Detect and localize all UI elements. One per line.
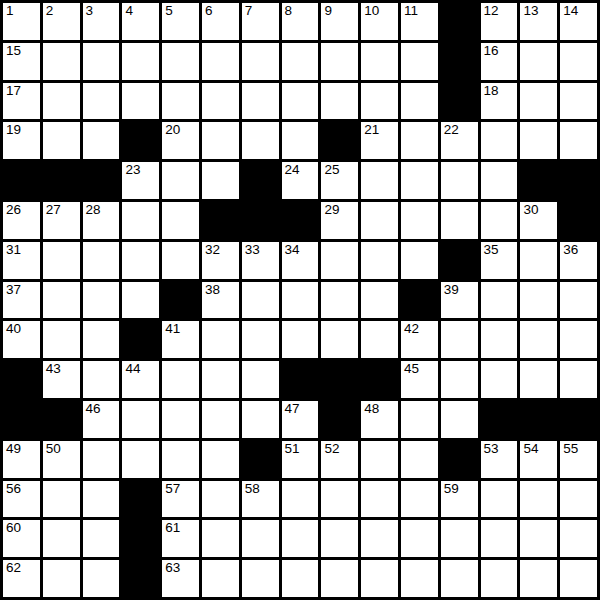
white-cell[interactable] bbox=[401, 43, 438, 80]
crossword-grid: 1234567891011121314151617181920212223242… bbox=[0, 0, 600, 600]
white-cell[interactable] bbox=[361, 441, 398, 478]
clue-number: 20 bbox=[165, 123, 180, 138]
clue-number: 19 bbox=[6, 123, 21, 138]
white-cell[interactable] bbox=[282, 520, 319, 557]
white-cell[interactable]: 34 bbox=[282, 242, 319, 279]
white-cell[interactable] bbox=[560, 520, 597, 557]
clue-number: 44 bbox=[125, 362, 140, 377]
white-cell[interactable] bbox=[361, 481, 398, 518]
clue-number: 51 bbox=[285, 442, 300, 457]
clue-number: 57 bbox=[165, 482, 180, 497]
white-cell[interactable]: 1 bbox=[3, 3, 40, 40]
black-cell bbox=[43, 162, 80, 199]
white-cell[interactable]: 25 bbox=[321, 162, 358, 199]
white-cell[interactable] bbox=[43, 122, 80, 159]
white-cell[interactable] bbox=[43, 83, 80, 120]
black-cell bbox=[242, 202, 279, 239]
clue-number: 55 bbox=[563, 442, 578, 457]
white-cell[interactable] bbox=[43, 560, 80, 597]
white-cell[interactable]: 36 bbox=[560, 242, 597, 279]
white-cell[interactable] bbox=[162, 361, 199, 398]
white-cell[interactable] bbox=[282, 43, 319, 80]
white-cell[interactable] bbox=[321, 282, 358, 319]
white-cell[interactable]: 3 bbox=[83, 3, 120, 40]
white-cell[interactable] bbox=[282, 83, 319, 120]
white-cell[interactable] bbox=[560, 282, 597, 319]
white-cell[interactable] bbox=[321, 43, 358, 80]
white-cell[interactable] bbox=[321, 481, 358, 518]
clue-number: 25 bbox=[324, 163, 339, 178]
white-cell[interactable]: 44 bbox=[122, 361, 159, 398]
white-cell[interactable] bbox=[401, 441, 438, 478]
black-cell bbox=[43, 401, 80, 438]
white-cell[interactable]: 28 bbox=[83, 202, 120, 239]
white-cell[interactable]: 49 bbox=[3, 441, 40, 478]
clue-number: 30 bbox=[523, 203, 538, 218]
white-cell[interactable] bbox=[83, 83, 120, 120]
white-cell[interactable] bbox=[83, 242, 120, 279]
black-cell bbox=[3, 162, 40, 199]
clue-number: 18 bbox=[484, 84, 499, 99]
white-cell[interactable]: 38 bbox=[202, 282, 239, 319]
black-cell bbox=[202, 202, 239, 239]
white-cell[interactable]: 23 bbox=[122, 162, 159, 199]
clue-number: 47 bbox=[285, 402, 300, 417]
white-cell[interactable]: 14 bbox=[560, 3, 597, 40]
black-cell bbox=[3, 361, 40, 398]
white-cell[interactable] bbox=[83, 361, 120, 398]
clue-number: 7 bbox=[245, 4, 253, 19]
white-cell[interactable]: 12 bbox=[481, 3, 518, 40]
black-cell bbox=[401, 282, 438, 319]
clue-number: 61 bbox=[165, 521, 180, 536]
white-cell[interactable] bbox=[242, 282, 279, 319]
white-cell[interactable] bbox=[202, 481, 239, 518]
clue-number: 13 bbox=[523, 4, 538, 19]
white-cell[interactable] bbox=[242, 560, 279, 597]
clue-number: 26 bbox=[6, 203, 21, 218]
clue-number: 27 bbox=[46, 203, 61, 218]
clue-number: 53 bbox=[484, 442, 499, 457]
white-cell[interactable] bbox=[202, 520, 239, 557]
white-cell[interactable] bbox=[401, 560, 438, 597]
white-cell[interactable] bbox=[520, 242, 557, 279]
white-cell[interactable]: 63 bbox=[162, 560, 199, 597]
white-cell[interactable] bbox=[560, 122, 597, 159]
white-cell[interactable] bbox=[162, 43, 199, 80]
clue-number: 2 bbox=[46, 4, 54, 19]
white-cell[interactable]: 51 bbox=[282, 441, 319, 478]
black-cell bbox=[321, 361, 358, 398]
white-cell[interactable] bbox=[560, 43, 597, 80]
clue-number: 24 bbox=[285, 163, 300, 178]
clue-number: 14 bbox=[563, 4, 578, 19]
white-cell[interactable]: 50 bbox=[43, 441, 80, 478]
white-cell[interactable] bbox=[242, 122, 279, 159]
white-cell[interactable]: 6 bbox=[202, 3, 239, 40]
clue-number: 37 bbox=[6, 283, 21, 298]
white-cell[interactable] bbox=[282, 122, 319, 159]
white-cell[interactable] bbox=[321, 242, 358, 279]
white-cell[interactable] bbox=[520, 43, 557, 80]
white-cell[interactable]: 61 bbox=[162, 520, 199, 557]
black-cell bbox=[441, 242, 478, 279]
clue-number: 39 bbox=[444, 283, 459, 298]
white-cell[interactable] bbox=[122, 441, 159, 478]
white-cell[interactable] bbox=[202, 361, 239, 398]
black-cell bbox=[520, 162, 557, 199]
white-cell[interactable]: 43 bbox=[43, 361, 80, 398]
white-cell[interactable]: 60 bbox=[3, 520, 40, 557]
white-cell[interactable] bbox=[401, 202, 438, 239]
clue-number: 3 bbox=[86, 4, 94, 19]
white-cell[interactable] bbox=[242, 401, 279, 438]
white-cell[interactable] bbox=[83, 481, 120, 518]
black-cell bbox=[481, 401, 518, 438]
black-cell bbox=[242, 162, 279, 199]
white-cell[interactable] bbox=[481, 361, 518, 398]
black-cell bbox=[441, 83, 478, 120]
white-cell[interactable]: 39 bbox=[441, 282, 478, 319]
white-cell[interactable]: 47 bbox=[282, 401, 319, 438]
white-cell[interactable] bbox=[361, 321, 398, 358]
white-cell[interactable] bbox=[481, 122, 518, 159]
clue-number: 63 bbox=[165, 561, 180, 576]
white-cell[interactable] bbox=[83, 122, 120, 159]
white-cell[interactable] bbox=[282, 321, 319, 358]
white-cell[interactable]: 21 bbox=[361, 122, 398, 159]
clue-number: 16 bbox=[484, 44, 499, 59]
white-cell[interactable] bbox=[401, 520, 438, 557]
white-cell[interactable] bbox=[162, 441, 199, 478]
white-cell[interactable]: 56 bbox=[3, 481, 40, 518]
white-cell[interactable]: 46 bbox=[83, 401, 120, 438]
white-cell[interactable]: 7 bbox=[242, 3, 279, 40]
crossword-puzzle: 1234567891011121314151617181920212223242… bbox=[0, 0, 600, 600]
white-cell[interactable]: 9 bbox=[321, 3, 358, 40]
clue-number: 38 bbox=[205, 283, 220, 298]
clue-number: 31 bbox=[6, 243, 21, 258]
white-cell[interactable]: 62 bbox=[3, 560, 40, 597]
white-cell[interactable]: 55 bbox=[560, 441, 597, 478]
white-cell[interactable]: 19 bbox=[3, 122, 40, 159]
white-cell[interactable] bbox=[560, 560, 597, 597]
clue-number: 45 bbox=[404, 362, 419, 377]
white-cell[interactable] bbox=[441, 401, 478, 438]
black-cell bbox=[242, 441, 279, 478]
white-cell[interactable]: 33 bbox=[242, 242, 279, 279]
black-cell bbox=[441, 3, 478, 40]
white-cell[interactable] bbox=[282, 282, 319, 319]
white-cell[interactable] bbox=[441, 560, 478, 597]
black-cell bbox=[520, 401, 557, 438]
white-cell[interactable] bbox=[122, 83, 159, 120]
white-cell[interactable] bbox=[43, 242, 80, 279]
black-cell bbox=[162, 282, 199, 319]
white-cell[interactable]: 11 bbox=[401, 3, 438, 40]
black-cell bbox=[321, 401, 358, 438]
clue-number: 23 bbox=[125, 163, 140, 178]
white-cell[interactable]: 42 bbox=[401, 321, 438, 358]
white-cell[interactable] bbox=[560, 83, 597, 120]
white-cell[interactable]: 22 bbox=[441, 122, 478, 159]
white-cell[interactable] bbox=[122, 202, 159, 239]
clue-number: 4 bbox=[125, 4, 133, 19]
clue-number: 36 bbox=[563, 243, 578, 258]
clue-number: 9 bbox=[324, 4, 332, 19]
clue-number: 41 bbox=[165, 322, 180, 337]
white-cell[interactable]: 13 bbox=[520, 3, 557, 40]
black-cell bbox=[122, 321, 159, 358]
white-cell[interactable] bbox=[361, 282, 398, 319]
white-cell[interactable] bbox=[122, 282, 159, 319]
white-cell[interactable] bbox=[162, 242, 199, 279]
white-cell[interactable] bbox=[401, 162, 438, 199]
white-cell[interactable] bbox=[242, 83, 279, 120]
white-cell[interactable] bbox=[520, 481, 557, 518]
white-cell[interactable]: 52 bbox=[321, 441, 358, 478]
clue-number: 10 bbox=[364, 4, 379, 19]
white-cell[interactable]: 17 bbox=[3, 83, 40, 120]
white-cell[interactable]: 18 bbox=[481, 83, 518, 120]
white-cell[interactable] bbox=[202, 441, 239, 478]
white-cell[interactable] bbox=[43, 282, 80, 319]
white-cell[interactable]: 45 bbox=[401, 361, 438, 398]
white-cell[interactable] bbox=[162, 83, 199, 120]
white-cell[interactable] bbox=[162, 202, 199, 239]
white-cell[interactable]: 4 bbox=[122, 3, 159, 40]
white-cell[interactable]: 48 bbox=[361, 401, 398, 438]
white-cell[interactable] bbox=[361, 43, 398, 80]
white-cell[interactable] bbox=[441, 162, 478, 199]
clue-number: 12 bbox=[484, 4, 499, 19]
white-cell[interactable] bbox=[242, 43, 279, 80]
clue-number: 34 bbox=[285, 243, 300, 258]
white-cell[interactable]: 8 bbox=[282, 3, 319, 40]
white-cell[interactable] bbox=[242, 520, 279, 557]
white-cell[interactable] bbox=[481, 202, 518, 239]
white-cell[interactable]: 35 bbox=[481, 242, 518, 279]
black-cell bbox=[321, 122, 358, 159]
clue-number: 35 bbox=[484, 243, 499, 258]
white-cell[interactable] bbox=[401, 481, 438, 518]
white-cell[interactable] bbox=[361, 520, 398, 557]
clue-number: 1 bbox=[6, 4, 14, 19]
white-cell[interactable] bbox=[122, 242, 159, 279]
white-cell[interactable] bbox=[481, 282, 518, 319]
white-cell[interactable] bbox=[401, 122, 438, 159]
white-cell[interactable] bbox=[441, 321, 478, 358]
clue-number: 6 bbox=[205, 4, 213, 19]
clue-number: 5 bbox=[165, 4, 173, 19]
black-cell bbox=[282, 202, 319, 239]
white-cell[interactable]: 16 bbox=[481, 43, 518, 80]
white-cell[interactable] bbox=[83, 321, 120, 358]
white-cell[interactable] bbox=[202, 43, 239, 80]
clue-number: 48 bbox=[364, 402, 379, 417]
white-cell[interactable]: 41 bbox=[162, 321, 199, 358]
black-cell bbox=[122, 560, 159, 597]
clue-number: 33 bbox=[245, 243, 260, 258]
white-cell[interactable] bbox=[520, 361, 557, 398]
clue-number: 50 bbox=[46, 442, 61, 457]
white-cell[interactable] bbox=[321, 520, 358, 557]
white-cell[interactable] bbox=[560, 321, 597, 358]
clue-number: 17 bbox=[6, 84, 21, 99]
white-cell[interactable] bbox=[481, 162, 518, 199]
black-cell bbox=[122, 481, 159, 518]
white-cell[interactable] bbox=[43, 520, 80, 557]
white-cell[interactable] bbox=[202, 401, 239, 438]
black-cell bbox=[361, 361, 398, 398]
white-cell[interactable]: 27 bbox=[43, 202, 80, 239]
white-cell[interactable] bbox=[520, 520, 557, 557]
white-cell[interactable] bbox=[321, 560, 358, 597]
white-cell[interactable] bbox=[401, 401, 438, 438]
clue-number: 58 bbox=[245, 482, 260, 497]
white-cell[interactable]: 57 bbox=[162, 481, 199, 518]
white-cell[interactable] bbox=[401, 242, 438, 279]
white-cell[interactable] bbox=[43, 321, 80, 358]
white-cell[interactable] bbox=[520, 282, 557, 319]
white-cell[interactable] bbox=[122, 43, 159, 80]
white-cell[interactable] bbox=[520, 321, 557, 358]
white-cell[interactable]: 2 bbox=[43, 3, 80, 40]
white-cell[interactable] bbox=[202, 162, 239, 199]
white-cell[interactable]: 29 bbox=[321, 202, 358, 239]
white-cell[interactable] bbox=[202, 122, 239, 159]
white-cell[interactable]: 54 bbox=[520, 441, 557, 478]
white-cell[interactable] bbox=[242, 361, 279, 398]
black-cell bbox=[560, 202, 597, 239]
white-cell[interactable] bbox=[560, 361, 597, 398]
clue-number: 8 bbox=[285, 4, 293, 19]
white-cell[interactable] bbox=[162, 401, 199, 438]
white-cell[interactable] bbox=[202, 560, 239, 597]
white-cell[interactable] bbox=[43, 43, 80, 80]
white-cell[interactable] bbox=[441, 361, 478, 398]
white-cell[interactable]: 59 bbox=[441, 481, 478, 518]
white-cell[interactable]: 20 bbox=[162, 122, 199, 159]
white-cell[interactable]: 31 bbox=[3, 242, 40, 279]
white-cell[interactable] bbox=[481, 321, 518, 358]
clue-number: 40 bbox=[6, 322, 21, 337]
white-cell[interactable] bbox=[361, 83, 398, 120]
black-cell bbox=[83, 162, 120, 199]
white-cell[interactable] bbox=[560, 481, 597, 518]
black-cell bbox=[441, 441, 478, 478]
white-cell[interactable] bbox=[282, 560, 319, 597]
white-cell[interactable] bbox=[43, 481, 80, 518]
white-cell[interactable]: 37 bbox=[3, 282, 40, 319]
white-cell[interactable]: 30 bbox=[520, 202, 557, 239]
white-cell[interactable]: 24 bbox=[282, 162, 319, 199]
white-cell[interactable] bbox=[242, 321, 279, 358]
clue-number: 42 bbox=[404, 322, 419, 337]
black-cell bbox=[560, 162, 597, 199]
clue-number: 52 bbox=[324, 442, 339, 457]
black-cell bbox=[441, 43, 478, 80]
clue-number: 59 bbox=[444, 482, 459, 497]
clue-number: 46 bbox=[86, 402, 101, 417]
white-cell[interactable] bbox=[441, 520, 478, 557]
clue-number: 60 bbox=[6, 521, 21, 536]
white-cell[interactable] bbox=[481, 520, 518, 557]
white-cell[interactable] bbox=[361, 162, 398, 199]
black-cell bbox=[560, 401, 597, 438]
white-cell[interactable] bbox=[83, 560, 120, 597]
white-cell[interactable] bbox=[481, 560, 518, 597]
clue-number: 15 bbox=[6, 44, 21, 59]
white-cell[interactable]: 15 bbox=[3, 43, 40, 80]
clue-number: 28 bbox=[86, 203, 101, 218]
clue-number: 43 bbox=[46, 362, 61, 377]
white-cell[interactable] bbox=[321, 321, 358, 358]
white-cell[interactable] bbox=[361, 242, 398, 279]
white-cell[interactable] bbox=[520, 560, 557, 597]
white-cell[interactable]: 10 bbox=[361, 3, 398, 40]
white-cell[interactable]: 40 bbox=[3, 321, 40, 358]
white-cell[interactable] bbox=[83, 282, 120, 319]
white-cell[interactable]: 5 bbox=[162, 3, 199, 40]
white-cell[interactable] bbox=[321, 83, 358, 120]
clue-number: 56 bbox=[6, 482, 21, 497]
white-cell[interactable] bbox=[401, 83, 438, 120]
white-cell[interactable] bbox=[361, 560, 398, 597]
black-cell bbox=[282, 361, 319, 398]
black-cell bbox=[122, 122, 159, 159]
white-cell[interactable] bbox=[282, 481, 319, 518]
white-cell[interactable] bbox=[520, 122, 557, 159]
white-cell[interactable] bbox=[122, 401, 159, 438]
black-cell bbox=[122, 520, 159, 557]
white-cell[interactable]: 32 bbox=[202, 242, 239, 279]
white-cell[interactable] bbox=[83, 43, 120, 80]
white-cell[interactable] bbox=[441, 202, 478, 239]
black-cell bbox=[3, 401, 40, 438]
clue-number: 62 bbox=[6, 561, 21, 576]
clue-number: 32 bbox=[205, 243, 220, 258]
clue-number: 21 bbox=[364, 123, 379, 138]
clue-number: 49 bbox=[6, 442, 21, 457]
white-cell[interactable] bbox=[162, 162, 199, 199]
white-cell[interactable]: 58 bbox=[242, 481, 279, 518]
white-cell[interactable] bbox=[202, 83, 239, 120]
white-cell[interactable] bbox=[361, 202, 398, 239]
clue-number: 54 bbox=[523, 442, 538, 457]
clue-number: 29 bbox=[324, 203, 339, 218]
white-cell[interactable]: 26 bbox=[3, 202, 40, 239]
white-cell[interactable] bbox=[481, 481, 518, 518]
clue-number: 11 bbox=[404, 4, 418, 19]
clue-number: 22 bbox=[444, 123, 459, 138]
white-cell[interactable]: 53 bbox=[481, 441, 518, 478]
white-cell[interactable] bbox=[83, 441, 120, 478]
white-cell[interactable] bbox=[83, 520, 120, 557]
white-cell[interactable] bbox=[202, 321, 239, 358]
white-cell[interactable] bbox=[520, 83, 557, 120]
